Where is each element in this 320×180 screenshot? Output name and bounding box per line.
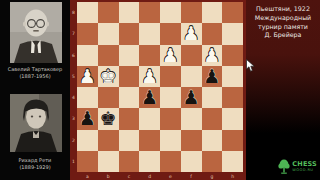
square-e6[interactable]: ♟ (160, 45, 181, 66)
square-f5[interactable] (181, 66, 202, 87)
rank-label-4: 4 (70, 87, 77, 108)
square-c2[interactable] (119, 130, 140, 151)
white-pawn: ♟ (141, 66, 158, 85)
square-h6[interactable] (222, 45, 243, 66)
square-c3[interactable] (119, 108, 140, 129)
square-a7[interactable] (77, 23, 98, 44)
event-line: Пьештяни, 1922 (246, 5, 320, 14)
players-panel: Савелий Тартаковер (1887-1956) Рихард Ре… (0, 0, 70, 180)
square-c8[interactable] (119, 2, 140, 23)
square-h8[interactable] (222, 2, 243, 23)
square-e1[interactable] (160, 151, 181, 172)
square-h5[interactable] (222, 66, 243, 87)
square-c1[interactable] (119, 151, 140, 172)
chess-board: ♟♟♟♟♚♟♟♟♟♟♚ 87654321abcdefgh (70, 0, 246, 180)
player-caption-reti: Рихард Рети (1889-1929) (0, 157, 70, 170)
square-b4[interactable] (98, 87, 119, 108)
square-h1[interactable] (222, 151, 243, 172)
file-label-d: d (139, 172, 160, 180)
square-d6[interactable] (139, 45, 160, 66)
square-c5[interactable] (119, 66, 140, 87)
event-line: Д. Брейера (246, 31, 320, 40)
rank-label-3: 3 (70, 108, 77, 129)
file-label-f: f (181, 172, 202, 180)
square-b6[interactable] (98, 45, 119, 66)
rank-label-2: 2 (70, 130, 77, 151)
square-g6[interactable]: ♟ (202, 45, 223, 66)
white-pawn: ♟ (79, 66, 96, 85)
white-pawn: ♟ (162, 45, 179, 64)
square-a4[interactable] (77, 87, 98, 108)
logo-text: CHESS WOOD.RU (292, 161, 317, 173)
square-h4[interactable] (222, 87, 243, 108)
square-e3[interactable] (160, 108, 181, 129)
white-pawn: ♟ (203, 45, 220, 64)
square-e2[interactable] (160, 130, 181, 151)
square-c6[interactable] (119, 45, 140, 66)
square-h3[interactable] (222, 108, 243, 129)
square-a3[interactable]: ♟ (77, 108, 98, 129)
player-name: Савелий Тартаковер (0, 66, 70, 73)
square-h2[interactable] (222, 130, 243, 151)
square-d7[interactable] (139, 23, 160, 44)
square-f3[interactable] (181, 108, 202, 129)
square-a1[interactable] (77, 151, 98, 172)
square-b3[interactable]: ♚ (98, 108, 119, 129)
square-g1[interactable] (202, 151, 223, 172)
reti-portrait-image (10, 94, 62, 152)
tartakower-portrait-image (10, 2, 62, 63)
square-d1[interactable] (139, 151, 160, 172)
rank-label-7: 7 (70, 23, 77, 44)
mouse-cursor-icon (246, 59, 255, 72)
white-pawn: ♟ (183, 24, 200, 43)
file-label-a: a (77, 172, 98, 180)
player-caption-tartakower: Савелий Тартаковер (1887-1956) (0, 66, 70, 79)
square-a6[interactable] (77, 45, 98, 66)
black-pawn: ♟ (183, 88, 200, 107)
square-h7[interactable] (222, 23, 243, 44)
player-years: (1889-1929) (0, 164, 70, 171)
logo-main-text: CHESS (292, 161, 317, 168)
square-f1[interactable] (181, 151, 202, 172)
square-e5[interactable] (160, 66, 181, 87)
event-title: Пьештяни, 1922 Международный турнир памя… (246, 0, 320, 40)
square-d3[interactable] (139, 108, 160, 129)
square-g2[interactable] (202, 130, 223, 151)
square-c7[interactable] (119, 23, 140, 44)
square-e8[interactable] (160, 2, 181, 23)
square-f6[interactable] (181, 45, 202, 66)
square-b7[interactable] (98, 23, 119, 44)
square-e7[interactable] (160, 23, 181, 44)
square-g4[interactable] (202, 87, 223, 108)
rank-label-1: 1 (70, 151, 77, 172)
thumbnail: Савелий Тартаковер (1887-1956) Рихард Ре… (0, 0, 320, 180)
tree-icon (278, 159, 290, 175)
logo-sub-text: WOOD.RU (292, 168, 317, 173)
square-d2[interactable] (139, 130, 160, 151)
square-a5[interactable]: ♟ (77, 66, 98, 87)
square-b8[interactable] (98, 2, 119, 23)
rank-label-8: 8 (70, 2, 77, 23)
square-d5[interactable]: ♟ (139, 66, 160, 87)
white-king: ♚ (100, 66, 117, 85)
square-a2[interactable] (77, 130, 98, 151)
square-f7[interactable]: ♟ (181, 23, 202, 44)
black-pawn: ♟ (141, 88, 158, 107)
file-label-c: c (119, 172, 140, 180)
file-label-h: h (222, 172, 243, 180)
square-f2[interactable] (181, 130, 202, 151)
file-label-b: b (98, 172, 119, 180)
event-panel: Пьештяни, 1922 Международный турнир памя… (246, 0, 320, 180)
square-b5[interactable]: ♚ (98, 66, 119, 87)
square-b1[interactable] (98, 151, 119, 172)
square-d4[interactable]: ♟ (139, 87, 160, 108)
rank-label-5: 5 (70, 66, 77, 87)
square-g3[interactable] (202, 108, 223, 129)
player-years: (1887-1956) (0, 73, 70, 80)
square-a8[interactable] (77, 2, 98, 23)
square-g8[interactable] (202, 2, 223, 23)
file-label-e: e (160, 172, 181, 180)
square-e4[interactable] (160, 87, 181, 108)
square-c4[interactable] (119, 87, 140, 108)
photo-reti (10, 94, 62, 152)
photo-tartakower (10, 2, 62, 63)
black-king: ♚ (100, 109, 117, 128)
black-pawn: ♟ (203, 66, 220, 85)
chesswood-logo: CHESS WOOD.RU (278, 159, 317, 175)
event-line: Международный (246, 14, 320, 23)
square-b2[interactable] (98, 130, 119, 151)
rank-label-6: 6 (70, 45, 77, 66)
board-grid: ♟♟♟♟♚♟♟♟♟♟♚ (77, 2, 243, 172)
square-d8[interactable] (139, 2, 160, 23)
square-f4[interactable]: ♟ (181, 87, 202, 108)
black-pawn: ♟ (79, 109, 96, 128)
square-g7[interactable] (202, 23, 223, 44)
event-line: турнир памяти (246, 23, 320, 32)
square-f8[interactable] (181, 2, 202, 23)
file-label-g: g (202, 172, 223, 180)
square-g5[interactable]: ♟ (202, 66, 223, 87)
